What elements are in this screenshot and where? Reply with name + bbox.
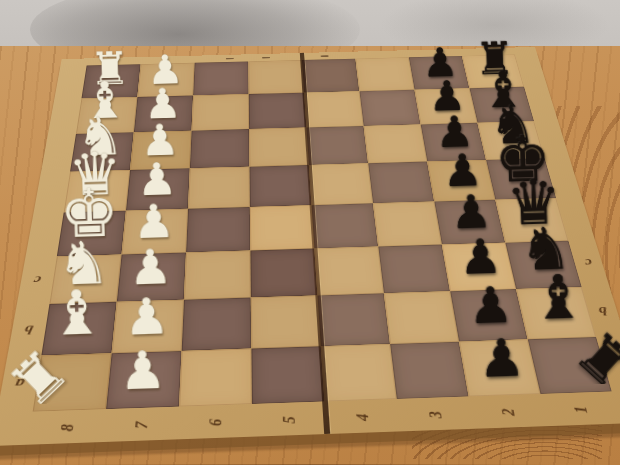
square-surface — [373, 202, 442, 247]
square-d5[interactable] — [250, 205, 315, 250]
square-a2[interactable]: ♟ — [459, 339, 540, 396]
square-surface — [250, 205, 315, 250]
square-surface — [312, 203, 379, 248]
square-surface — [355, 57, 414, 91]
square-g5[interactable] — [249, 93, 307, 129]
square-surface — [364, 124, 428, 163]
square-b5[interactable] — [251, 295, 321, 348]
square-a4[interactable] — [321, 344, 397, 402]
square-d6[interactable] — [186, 207, 250, 252]
board-frame: cba cb ♜♟♟♜♝♟♟♝♞♟♟♞♛♟♟♚♚♟♟♛♞♟♟♞♝♟♟♝♜♟♟♜ … — [0, 47, 620, 446]
square-surface — [250, 249, 317, 298]
square-e5[interactable] — [249, 165, 311, 207]
board-scene: cba cb ♜♟♟♜♝♟♟♝♞♟♟♞♛♟♟♚♚♟♟♛♞♟♟♞♝♟♟♝♜♟♟♜ … — [0, 0, 620, 465]
square-f4[interactable] — [306, 126, 368, 165]
square-a3[interactable] — [390, 342, 469, 399]
square-surface — [378, 245, 450, 294]
square-a5[interactable] — [251, 346, 324, 404]
black-pawn-b2[interactable]: ♟ — [468, 280, 514, 331]
square-surface — [193, 61, 249, 95]
square-b8[interactable]: ♝ — [41, 302, 116, 356]
square-f5[interactable] — [249, 128, 309, 167]
square-surface — [306, 126, 368, 165]
square-c5[interactable] — [250, 249, 317, 298]
square-a6[interactable] — [179, 349, 252, 407]
square-surface — [190, 129, 250, 168]
board-grid: ♜♟♟♜♝♟♟♝♞♟♟♞♛♟♟♚♚♟♟♛♞♟♟♞♝♟♟♝♜♟♟♜ — [33, 55, 612, 412]
square-f3[interactable] — [364, 124, 428, 163]
square-c6[interactable] — [184, 250, 251, 299]
square-g4[interactable] — [304, 91, 363, 127]
square-h6[interactable] — [193, 61, 249, 95]
chess-board: cba cb ♜♟♟♜♝♟♟♝♞♟♟♞♛♟♟♚♚♟♟♛♞♟♟♞♝♟♟♝♜♟♟♜ … — [0, 47, 620, 446]
square-g6[interactable] — [192, 94, 250, 131]
square-surface — [302, 59, 359, 93]
square-d4[interactable] — [312, 203, 379, 248]
square-surface — [249, 165, 311, 207]
square-surface — [192, 94, 250, 131]
square-e6[interactable] — [188, 167, 250, 209]
square-surface — [251, 346, 324, 404]
square-surface — [251, 295, 321, 348]
square-h5[interactable] — [248, 60, 304, 94]
square-c3[interactable] — [378, 245, 450, 294]
white-bishop-b8[interactable]: ♝ — [48, 282, 105, 345]
square-surface — [317, 293, 390, 346]
square-surface — [359, 90, 420, 126]
black-bishop-b1[interactable]: ♝ — [531, 267, 587, 329]
square-surface — [314, 247, 384, 296]
square-surface — [248, 60, 304, 94]
square-c4[interactable] — [314, 247, 384, 296]
white-pawn-a7[interactable]: ♟ — [118, 344, 167, 398]
square-surface — [384, 291, 459, 344]
square-b3[interactable] — [384, 291, 459, 344]
square-e4[interactable] — [309, 163, 373, 205]
square-b6[interactable] — [182, 298, 252, 351]
square-surface — [249, 93, 307, 129]
square-b1[interactable]: ♝ — [516, 287, 596, 339]
square-surface — [179, 349, 252, 407]
square-e3[interactable] — [368, 162, 434, 204]
white-pawn-c7[interactable]: ♟ — [128, 242, 173, 292]
square-surface — [368, 162, 434, 204]
square-surface — [186, 207, 250, 252]
photo-scene: cba cb ♜♟♟♜♝♟♟♝♞♟♟♞♛♟♟♚♚♟♟♛♞♟♟♞♝♟♟♝♜♟♟♜ … — [0, 0, 620, 465]
square-f6[interactable] — [190, 129, 250, 168]
square-surface — [184, 250, 251, 299]
black-pawn-a2[interactable]: ♟ — [478, 332, 526, 385]
square-surface — [304, 91, 363, 127]
square-surface — [309, 163, 373, 205]
square-surface — [321, 344, 397, 402]
square-surface — [182, 298, 252, 351]
black-pawn-c2[interactable]: ♟ — [458, 232, 502, 281]
square-a1[interactable]: ♜ — [528, 337, 612, 394]
square-a8[interactable]: ♜ — [33, 353, 112, 412]
square-surface — [390, 342, 469, 399]
square-h3[interactable] — [355, 57, 414, 91]
square-surface — [188, 167, 250, 209]
square-d3[interactable] — [373, 202, 442, 247]
square-a7[interactable]: ♟ — [106, 351, 182, 409]
white-pawn-b7[interactable]: ♟ — [123, 291, 170, 343]
square-b4[interactable] — [317, 293, 390, 346]
square-g3[interactable] — [359, 90, 420, 126]
square-h4[interactable] — [302, 59, 359, 93]
square-surface — [249, 128, 309, 167]
